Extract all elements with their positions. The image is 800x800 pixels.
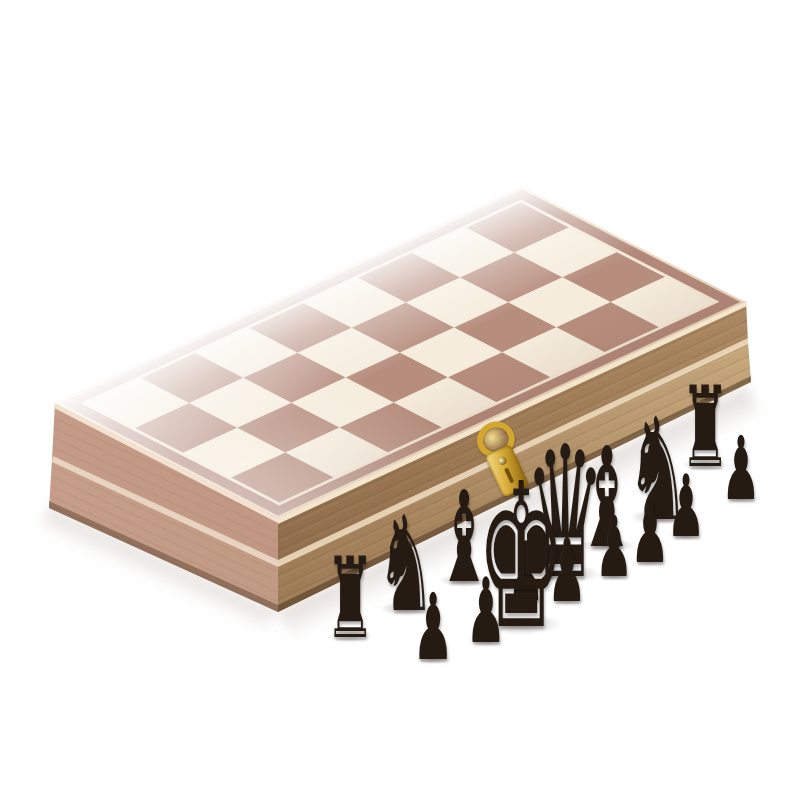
chess-piece-pawn[interactable]: ♟ — [466, 566, 506, 656]
box-floor-shadow-left — [34, 506, 276, 642]
chess-piece-pawn[interactable]: ♟ — [721, 425, 760, 513]
chess-piece-rook[interactable]: ♜ — [325, 542, 375, 654]
chess-piece-pawn[interactable]: ♟ — [667, 463, 706, 549]
chess-piece-pawn[interactable]: ♟ — [630, 488, 669, 576]
product-photo-stage: ♜♞♝♚♛♝♞♜♟♟♟♟♟♟♟♟ — [0, 0, 800, 800]
chess-piece-pawn[interactable]: ♟ — [412, 582, 453, 674]
